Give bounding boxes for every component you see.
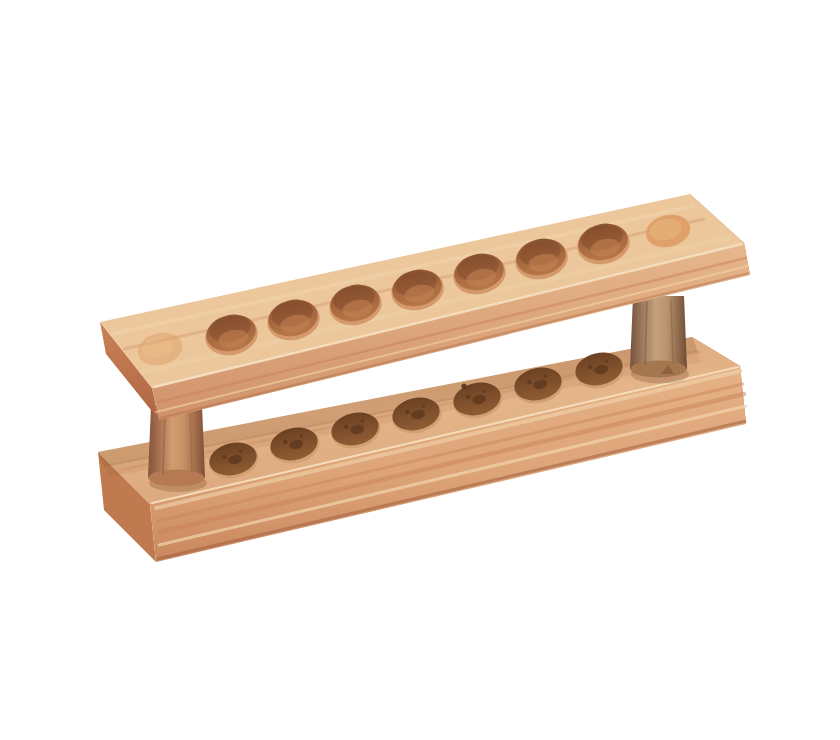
photo-canvas [0, 0, 840, 740]
right-post-base [631, 361, 687, 378]
product-photo [0, 0, 840, 740]
wooden-rack-svg [0, 0, 840, 740]
right-post-cylinder [630, 296, 687, 369]
support-post-left [148, 406, 207, 492]
support-post-right [630, 296, 689, 384]
left-post-base [149, 470, 205, 487]
knot-speck [461, 383, 466, 388]
